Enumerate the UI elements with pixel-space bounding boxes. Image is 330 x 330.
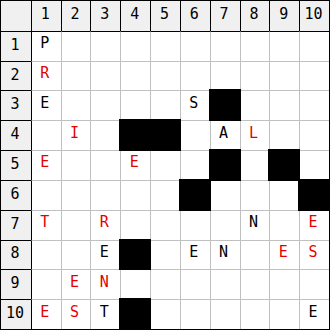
cell-r5-c1[interactable]: E xyxy=(31,150,61,180)
cell-r8-c3[interactable]: E xyxy=(90,240,120,270)
cell-r9-c2[interactable]: E xyxy=(61,269,91,299)
cell-r2-c8[interactable] xyxy=(240,61,270,91)
cell-r10-c10[interactable]: E xyxy=(299,299,329,329)
cell-r1-c2[interactable] xyxy=(61,31,91,61)
cell-r2-c2[interactable] xyxy=(61,61,91,91)
cell-r2-c10[interactable] xyxy=(299,61,329,91)
cell-r4-c8[interactable]: L xyxy=(240,120,270,150)
cell-r1-c8[interactable] xyxy=(240,31,270,61)
cell-r1-c7[interactable] xyxy=(210,31,240,61)
cell-r6-c5[interactable] xyxy=(150,180,180,210)
cell-r6-c3[interactable] xyxy=(90,180,120,210)
cell-r6-c7[interactable] xyxy=(210,180,240,210)
cell-r7-c1[interactable]: T xyxy=(31,210,61,240)
cell-r6-c2[interactable] xyxy=(61,180,91,210)
row-header-10: 10 xyxy=(1,299,31,329)
cell-r5-c10[interactable] xyxy=(299,150,329,180)
col-header-9: 9 xyxy=(269,1,299,31)
cell-r10-c5[interactable] xyxy=(150,299,180,329)
cell-r4-c1[interactable] xyxy=(31,120,61,150)
cell-r4-c10[interactable] xyxy=(299,120,329,150)
cell-r2-c6[interactable] xyxy=(180,61,210,91)
col-header-10: 10 xyxy=(299,1,329,31)
cell-r1-c5[interactable] xyxy=(150,31,180,61)
cell-r3-c3[interactable] xyxy=(90,90,120,120)
cell-r7-c4[interactable] xyxy=(120,210,150,240)
cell-r10-c2[interactable]: S xyxy=(61,299,91,329)
col-header-6: 6 xyxy=(180,1,210,31)
block-r3-c7 xyxy=(210,90,240,120)
cell-r1-c10[interactable] xyxy=(299,31,329,61)
cell-r10-c9[interactable] xyxy=(269,299,299,329)
cell-r6-c4[interactable] xyxy=(120,180,150,210)
row-header-8: 8 xyxy=(1,240,31,270)
row-header-5: 5 xyxy=(1,150,31,180)
cell-r6-c1[interactable] xyxy=(31,180,61,210)
cell-r4-c3[interactable] xyxy=(90,120,120,150)
cell-r5-c3[interactable] xyxy=(90,150,120,180)
col-header-7: 7 xyxy=(210,1,240,31)
row-header-3: 3 xyxy=(1,90,31,120)
cell-r2-c5[interactable] xyxy=(150,61,180,91)
block-r4-c5 xyxy=(150,120,180,150)
cell-r9-c4[interactable] xyxy=(120,269,150,299)
cell-r8-c9[interactable]: E xyxy=(269,240,299,270)
cell-r9-c10[interactable] xyxy=(299,269,329,299)
cell-r4-c6[interactable] xyxy=(180,120,210,150)
cell-r5-c8[interactable] xyxy=(240,150,270,180)
col-header-8: 8 xyxy=(240,1,270,31)
cell-r2-c9[interactable] xyxy=(269,61,299,91)
cell-r4-c7[interactable]: A xyxy=(210,120,240,150)
cell-r8-c10[interactable]: S xyxy=(299,240,329,270)
cell-r3-c6[interactable]: S xyxy=(180,90,210,120)
cell-r2-c7[interactable] xyxy=(210,61,240,91)
cell-r10-c3[interactable]: T xyxy=(90,299,120,329)
cell-r3-c9[interactable] xyxy=(269,90,299,120)
block-r4-c4 xyxy=(120,120,150,150)
block-r8-c4 xyxy=(120,240,150,270)
cell-r9-c5[interactable] xyxy=(150,269,180,299)
cell-r8-c8[interactable] xyxy=(240,240,270,270)
cell-r8-c6[interactable]: E xyxy=(180,240,210,270)
cell-r8-c2[interactable] xyxy=(61,240,91,270)
cell-r1-c6[interactable] xyxy=(180,31,210,61)
cell-r7-c9[interactable] xyxy=(269,210,299,240)
cell-r2-c3[interactable] xyxy=(90,61,120,91)
cell-r4-c2[interactable]: I xyxy=(61,120,91,150)
block-r6-c10 xyxy=(299,180,329,210)
col-header-4: 4 xyxy=(120,1,150,31)
cell-r3-c10[interactable] xyxy=(299,90,329,120)
col-header-5: 5 xyxy=(150,1,180,31)
col-header-1: 1 xyxy=(31,1,61,31)
block-r10-c4 xyxy=(120,299,150,329)
row-header-1: 1 xyxy=(1,31,31,61)
row-header-2: 2 xyxy=(1,61,31,91)
cell-r5-c4[interactable]: E xyxy=(120,150,150,180)
cell-r7-c10[interactable]: E xyxy=(299,210,329,240)
cell-r7-c8[interactable]: N xyxy=(240,210,270,240)
cell-r6-c9[interactable] xyxy=(269,180,299,210)
cell-r7-c3[interactable]: R xyxy=(90,210,120,240)
cell-r1-c9[interactable] xyxy=(269,31,299,61)
cell-r10-c6[interactable] xyxy=(180,299,210,329)
cell-r1-c1[interactable]: P xyxy=(31,31,61,61)
cell-r1-c4[interactable] xyxy=(120,31,150,61)
cell-r5-c6[interactable] xyxy=(180,150,210,180)
corner-cell xyxy=(1,1,31,31)
cell-r2-c4[interactable] xyxy=(120,61,150,91)
cell-r2-c1[interactable]: R xyxy=(31,61,61,91)
cell-r10-c8[interactable] xyxy=(240,299,270,329)
cell-r10-c7[interactable] xyxy=(210,299,240,329)
block-r5-c9 xyxy=(269,150,299,180)
cell-r9-c9[interactable] xyxy=(269,269,299,299)
crossword-board: 123456789101P2R3ES4IAL5EE67TRNE8EENES9EN… xyxy=(0,0,330,330)
block-r6-c6 xyxy=(180,180,210,210)
row-header-6: 6 xyxy=(1,180,31,210)
row-header-4: 4 xyxy=(1,120,31,150)
cell-r9-c3[interactable]: N xyxy=(90,269,120,299)
cell-r3-c4[interactable] xyxy=(120,90,150,120)
cell-r7-c7[interactable] xyxy=(210,210,240,240)
cell-r1-c3[interactable] xyxy=(90,31,120,61)
cell-r9-c7[interactable] xyxy=(210,269,240,299)
col-header-3: 3 xyxy=(90,1,120,31)
cell-r9-c8[interactable] xyxy=(240,269,270,299)
cell-r3-c8[interactable] xyxy=(240,90,270,120)
cell-r3-c5[interactable] xyxy=(150,90,180,120)
cell-r6-c8[interactable] xyxy=(240,180,270,210)
cell-r9-c6[interactable] xyxy=(180,269,210,299)
cell-r7-c2[interactable] xyxy=(61,210,91,240)
cell-r9-c1[interactable] xyxy=(31,269,61,299)
cell-r8-c1[interactable] xyxy=(31,240,61,270)
cell-r7-c5[interactable] xyxy=(150,210,180,240)
cell-r4-c9[interactable] xyxy=(269,120,299,150)
block-r5-c7 xyxy=(210,150,240,180)
cell-r10-c1[interactable]: E xyxy=(31,299,61,329)
cell-r3-c2[interactable] xyxy=(61,90,91,120)
col-header-2: 2 xyxy=(61,1,91,31)
cell-r8-c7[interactable]: N xyxy=(210,240,240,270)
cell-r5-c2[interactable] xyxy=(61,150,91,180)
cell-r8-c5[interactable] xyxy=(150,240,180,270)
row-header-9: 9 xyxy=(1,269,31,299)
row-header-7: 7 xyxy=(1,210,31,240)
cell-r7-c6[interactable] xyxy=(180,210,210,240)
cell-r3-c1[interactable]: E xyxy=(31,90,61,120)
cell-r5-c5[interactable] xyxy=(150,150,180,180)
